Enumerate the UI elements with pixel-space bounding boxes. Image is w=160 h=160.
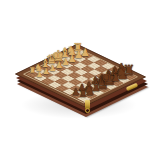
front-clasp-ring [85, 108, 90, 113]
chess-set-product-photo: ♜♞♝♛♚♝♞♜♟♟♟♟♟♟♟♟♟♟♟♟♟♟♟♟♜♞♝♛♚♝♞♜ [0, 0, 160, 160]
